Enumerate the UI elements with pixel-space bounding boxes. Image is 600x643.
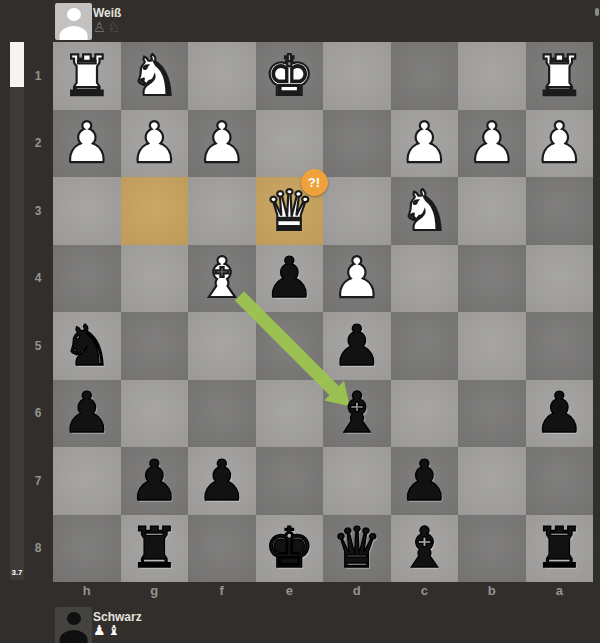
square-g2[interactable]: ♟: [121, 110, 189, 178]
square-h6[interactable]: ♟: [53, 380, 121, 448]
white-bishop[interactable]: ♝: [197, 246, 247, 310]
square-a4[interactable]: [526, 245, 594, 313]
avatar-head-icon: [66, 612, 80, 625]
rank-label-6: 6: [24, 380, 52, 448]
square-f3[interactable]: [188, 177, 256, 245]
file-label-c: c: [391, 581, 459, 599]
square-e4[interactable]: ♟: [256, 245, 324, 313]
white-pawn[interactable]: ♟: [467, 111, 517, 175]
black-bishop[interactable]: ♝: [332, 381, 382, 445]
evaluation-bar-white-segment: [10, 42, 24, 87]
black-pawn[interactable]: ♟: [129, 449, 179, 513]
white-captured-pieces: ♙♘: [93, 20, 122, 34]
white-rook[interactable]: ♜: [534, 44, 584, 108]
file-label-e: e: [256, 581, 324, 599]
evaluation-score: 3.7: [10, 568, 24, 577]
square-b2[interactable]: ♟: [458, 110, 526, 178]
square-g8[interactable]: ♜: [121, 515, 189, 583]
square-c4[interactable]: [391, 245, 459, 313]
square-b6[interactable]: [458, 380, 526, 448]
black-player-avatar[interactable]: [55, 607, 92, 643]
square-a3[interactable]: [526, 177, 594, 245]
square-h3[interactable]: [53, 177, 121, 245]
square-f8[interactable]: [188, 515, 256, 583]
square-b3[interactable]: [458, 177, 526, 245]
square-f2[interactable]: ♟: [188, 110, 256, 178]
square-e2[interactable]: [256, 110, 324, 178]
white-pawn[interactable]: ♟: [534, 111, 584, 175]
white-pawn[interactable]: ♟: [399, 111, 449, 175]
white-player-name[interactable]: Weiß: [93, 6, 121, 20]
scrollbar-thumb[interactable]: [595, 8, 599, 16]
square-b1[interactable]: [458, 42, 526, 110]
square-f6[interactable]: [188, 380, 256, 448]
white-pawn[interactable]: ♟: [332, 246, 382, 310]
black-rook[interactable]: ♜: [129, 516, 179, 580]
square-a7[interactable]: [526, 447, 594, 515]
black-pawn[interactable]: ♟: [264, 246, 314, 310]
rank-labels: 12345678: [24, 42, 52, 582]
black-rook[interactable]: ♜: [534, 516, 584, 580]
square-c7[interactable]: ♟: [391, 447, 459, 515]
file-labels: hgfedcba: [53, 581, 593, 599]
file-label-a: a: [526, 581, 594, 599]
black-bishop[interactable]: ♝: [399, 516, 449, 580]
square-d7[interactable]: [323, 447, 391, 515]
black-king[interactable]: ♚: [264, 516, 314, 580]
square-h4[interactable]: [53, 245, 121, 313]
square-f1[interactable]: [188, 42, 256, 110]
file-label-d: d: [323, 581, 391, 599]
move-annotation-badge: ?!: [301, 169, 328, 196]
square-c5[interactable]: [391, 312, 459, 380]
square-g5[interactable]: [121, 312, 189, 380]
square-b4[interactable]: [458, 245, 526, 313]
black-knight[interactable]: ♞: [62, 314, 112, 378]
white-pawn[interactable]: ♟: [62, 111, 112, 175]
square-c6[interactable]: [391, 380, 459, 448]
square-h2[interactable]: ♟: [53, 110, 121, 178]
square-d3[interactable]: [323, 177, 391, 245]
rank-label-8: 8: [24, 515, 52, 583]
square-e1[interactable]: ♚: [256, 42, 324, 110]
rank-label-4: 4: [24, 245, 52, 313]
rank-label-1: 1: [24, 42, 52, 110]
rank-label-7: 7: [24, 447, 52, 515]
black-captured-pieces: ♟♝: [93, 623, 122, 637]
avatar-body-icon: [59, 26, 88, 40]
white-player-avatar[interactable]: [55, 3, 92, 40]
square-d2[interactable]: [323, 110, 391, 178]
square-g7[interactable]: ♟: [121, 447, 189, 515]
square-e7[interactable]: [256, 447, 324, 515]
avatar-head-icon: [66, 8, 80, 21]
square-e5[interactable]: [256, 312, 324, 380]
analysis-page: Weiß ♙♘ 3.7 12345678 hgfedcba ?! ♜♞♚♜♟♟♟…: [0, 0, 600, 643]
square-d1[interactable]: [323, 42, 391, 110]
square-h8[interactable]: [53, 515, 121, 583]
rank-label-2: 2: [24, 110, 52, 178]
file-label-b: b: [458, 581, 526, 599]
square-a8[interactable]: ♜: [526, 515, 594, 583]
square-c2[interactable]: ♟: [391, 110, 459, 178]
square-h1[interactable]: ♜: [53, 42, 121, 110]
evaluation-bar: 3.7: [10, 42, 24, 580]
square-e8[interactable]: ♚: [256, 515, 324, 583]
black-queen[interactable]: ♛: [332, 516, 382, 580]
square-a5[interactable]: [526, 312, 594, 380]
black-pawn[interactable]: ♟: [332, 314, 382, 378]
square-h5[interactable]: ♞: [53, 312, 121, 380]
square-h7[interactable]: [53, 447, 121, 515]
file-label-h: h: [53, 581, 121, 599]
square-f4[interactable]: ♝: [188, 245, 256, 313]
square-b8[interactable]: [458, 515, 526, 583]
square-e6[interactable]: [256, 380, 324, 448]
square-c1[interactable]: [391, 42, 459, 110]
square-g4[interactable]: [121, 245, 189, 313]
square-a1[interactable]: ♜: [526, 42, 594, 110]
black-pawn[interactable]: ♟: [62, 381, 112, 445]
black-pawn[interactable]: ♟: [197, 449, 247, 513]
square-a2[interactable]: ♟: [526, 110, 594, 178]
square-d8[interactable]: ♛: [323, 515, 391, 583]
rank-label-5: 5: [24, 312, 52, 380]
white-knight[interactable]: ♞: [399, 179, 449, 243]
chess-board: ?! ♜♞♚♜♟♟♟♟♟♟♛♞♝♟♟♞♟♟♝♟♟♟♟♜♚♛♝♜: [53, 42, 593, 582]
square-b5[interactable]: [458, 312, 526, 380]
avatar-body-icon: [59, 630, 88, 643]
white-pawn[interactable]: ♟: [129, 111, 179, 175]
rank-label-3: 3: [24, 177, 52, 245]
white-pawn[interactable]: ♟: [197, 111, 247, 175]
black-pawn[interactable]: ♟: [534, 381, 584, 445]
square-g3[interactable]: [121, 177, 189, 245]
square-a6[interactable]: ♟: [526, 380, 594, 448]
white-knight[interactable]: ♞: [129, 44, 179, 108]
square-c8[interactable]: ♝: [391, 515, 459, 583]
file-label-f: f: [188, 581, 256, 599]
square-b7[interactable]: [458, 447, 526, 515]
square-d5[interactable]: ♟: [323, 312, 391, 380]
square-g6[interactable]: [121, 380, 189, 448]
square-d4[interactable]: ♟: [323, 245, 391, 313]
file-label-g: g: [121, 581, 189, 599]
square-g1[interactable]: ♞: [121, 42, 189, 110]
square-c3[interactable]: ♞: [391, 177, 459, 245]
square-f5[interactable]: [188, 312, 256, 380]
black-pawn[interactable]: ♟: [399, 449, 449, 513]
white-rook[interactable]: ♜: [62, 44, 112, 108]
square-f7[interactable]: ♟: [188, 447, 256, 515]
square-d6[interactable]: ♝: [323, 380, 391, 448]
white-king[interactable]: ♚: [264, 44, 314, 108]
